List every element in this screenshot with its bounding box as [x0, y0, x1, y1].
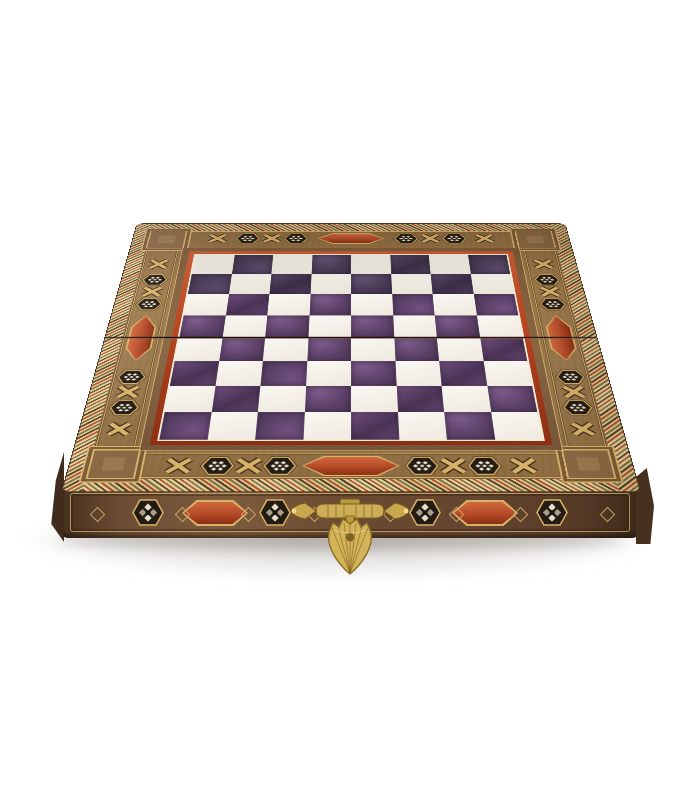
- square-d5: [308, 315, 351, 337]
- rosette-inlay-icon: [262, 457, 296, 475]
- x-inlay-icon: [208, 234, 228, 243]
- rosette-inlay-icon: [394, 233, 419, 243]
- red-inlay-icon: [302, 456, 400, 476]
- square-d2: [304, 386, 351, 412]
- rosette-inlay-icon: [533, 274, 561, 285]
- rosette-inlay-icon: [132, 499, 164, 526]
- square-a6: [184, 294, 229, 315]
- square-d1: [303, 412, 351, 440]
- square-e8: [351, 255, 391, 274]
- square-g1: [444, 412, 495, 440]
- x-inlay-icon: [510, 458, 538, 473]
- square-g7: [431, 274, 474, 294]
- x-inlay-icon: [440, 458, 467, 473]
- board-frame-line: [157, 254, 545, 441]
- square-h2: [487, 386, 537, 412]
- rosette-inlay-icon: [405, 457, 439, 475]
- square-f4: [394, 338, 439, 361]
- square-a8: [192, 255, 235, 274]
- rosette-inlay-icon: [536, 499, 568, 526]
- square-g4: [437, 338, 483, 361]
- x-inlay-icon: [570, 422, 596, 435]
- square-d8: [311, 255, 351, 274]
- diamond-inlay-icon: [512, 506, 528, 522]
- x-inlay-icon: [539, 287, 561, 297]
- square-d6: [309, 294, 351, 315]
- square-c8: [271, 255, 312, 274]
- product-photo: [0, 0, 678, 800]
- rosette-inlay-icon: [108, 400, 141, 415]
- square-c1: [255, 412, 304, 440]
- square-c4: [263, 338, 308, 361]
- square-a7: [188, 274, 232, 294]
- square-e4: [351, 338, 395, 361]
- square-a5: [179, 315, 225, 337]
- square-b7: [229, 274, 272, 294]
- x-inlay-icon: [421, 234, 440, 243]
- square-b8: [232, 255, 274, 274]
- square-h6: [473, 294, 518, 315]
- square-e7: [351, 274, 392, 294]
- x-inlay-icon: [235, 458, 262, 473]
- square-f1: [398, 412, 447, 440]
- rosette-inlay-icon: [561, 400, 594, 415]
- square-a2: [165, 386, 215, 412]
- square-f6: [392, 294, 435, 315]
- brass-clasp-icon: [280, 494, 420, 580]
- square-a1: [159, 412, 211, 440]
- box-right-side: [636, 468, 654, 544]
- x-inlay-icon: [116, 386, 141, 398]
- square-h7: [470, 274, 514, 294]
- rosette-inlay-icon: [467, 457, 503, 475]
- square-e6: [351, 294, 393, 315]
- square-d7: [310, 274, 351, 294]
- rosette-inlay-icon: [283, 233, 308, 243]
- square-f5: [393, 315, 437, 337]
- square-g8: [429, 255, 471, 274]
- rosette-inlay-icon: [442, 233, 467, 243]
- rosette-inlay-icon: [555, 370, 587, 384]
- square-e3: [351, 361, 396, 386]
- square-c5: [265, 315, 309, 337]
- square-a3: [170, 361, 219, 386]
- square-h5: [477, 315, 523, 337]
- square-h3: [483, 361, 532, 386]
- red-inlay-icon: [318, 233, 385, 244]
- x-inlay-icon: [562, 386, 587, 398]
- square-b2: [211, 386, 260, 412]
- square-c2: [258, 386, 306, 412]
- x-inlay-icon: [262, 234, 281, 243]
- square-g2: [442, 386, 491, 412]
- hinge-seam: [105, 337, 597, 339]
- diamond-inlay-icon: [599, 506, 615, 522]
- square-f7: [391, 274, 433, 294]
- square-f8: [390, 255, 431, 274]
- square-e2: [351, 386, 398, 412]
- square-g6: [433, 294, 477, 315]
- x-inlay-icon: [106, 422, 132, 435]
- square-b3: [215, 361, 263, 386]
- rosette-inlay-icon: [141, 274, 169, 285]
- square-d3: [306, 361, 351, 386]
- square-c6: [267, 294, 310, 315]
- square-a4: [175, 338, 223, 361]
- diamond-inlay-icon: [89, 506, 105, 522]
- rosette-inlay-icon: [134, 298, 163, 310]
- square-e1: [351, 412, 399, 440]
- rosette-inlay-icon: [200, 457, 236, 475]
- square-f2: [396, 386, 444, 412]
- square-c3: [260, 361, 307, 386]
- square-b1: [207, 412, 258, 440]
- square-d4: [307, 338, 351, 361]
- x-inlay-icon: [533, 260, 554, 269]
- square-g5: [435, 315, 480, 337]
- x-inlay-icon: [141, 287, 163, 297]
- square-b5: [222, 315, 267, 337]
- box-top-face: [61, 223, 641, 492]
- rosette-inlay-icon: [538, 298, 567, 310]
- square-e5: [351, 315, 394, 337]
- square-b6: [225, 294, 269, 315]
- x-inlay-icon: [148, 260, 169, 269]
- red-inlay-icon: [182, 500, 248, 526]
- square-h8: [468, 255, 511, 274]
- chess-board: [159, 255, 542, 440]
- rosette-inlay-icon: [235, 233, 260, 243]
- square-c7: [269, 274, 311, 294]
- square-f3: [395, 361, 442, 386]
- square-b4: [219, 338, 265, 361]
- square-h1: [491, 412, 543, 440]
- square-h4: [480, 338, 528, 361]
- square-g3: [439, 361, 487, 386]
- x-inlay-icon: [475, 234, 495, 243]
- x-inlay-icon: [164, 458, 192, 473]
- rosette-inlay-icon: [116, 370, 148, 384]
